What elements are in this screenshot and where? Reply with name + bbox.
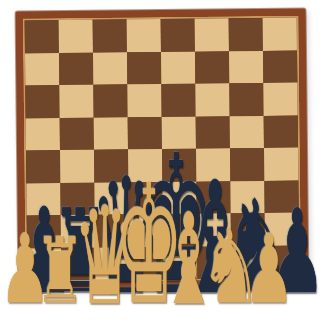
board-square <box>263 83 297 116</box>
board-square <box>93 84 127 117</box>
board-square <box>195 18 229 51</box>
board-square <box>127 52 161 85</box>
board-square <box>127 19 161 52</box>
board-square <box>93 52 127 85</box>
board-square <box>229 18 263 51</box>
board-square <box>93 19 127 52</box>
board-square <box>161 19 195 52</box>
board-square <box>264 115 298 148</box>
board-square <box>127 84 161 117</box>
board-square <box>161 51 195 84</box>
board-square <box>26 118 60 151</box>
board-square <box>25 53 59 86</box>
board-square <box>161 84 195 117</box>
board-square <box>195 83 229 116</box>
board-square <box>59 20 93 53</box>
board-square <box>59 85 93 118</box>
board-square <box>263 18 297 51</box>
board-square <box>26 150 60 183</box>
board-square <box>60 117 94 150</box>
board-square <box>263 50 297 83</box>
board-square <box>25 85 59 118</box>
board-square <box>59 52 93 85</box>
board-square <box>229 50 263 83</box>
board-square <box>195 51 229 84</box>
piece-light-pawn: ♟ <box>243 222 294 317</box>
board-square <box>229 83 263 116</box>
board-square <box>230 115 264 148</box>
board-square <box>25 20 59 53</box>
chess-set-photo: ♟♜♛♚♝♞♟♟♜♛♚♝♞♟ <box>0 0 320 320</box>
